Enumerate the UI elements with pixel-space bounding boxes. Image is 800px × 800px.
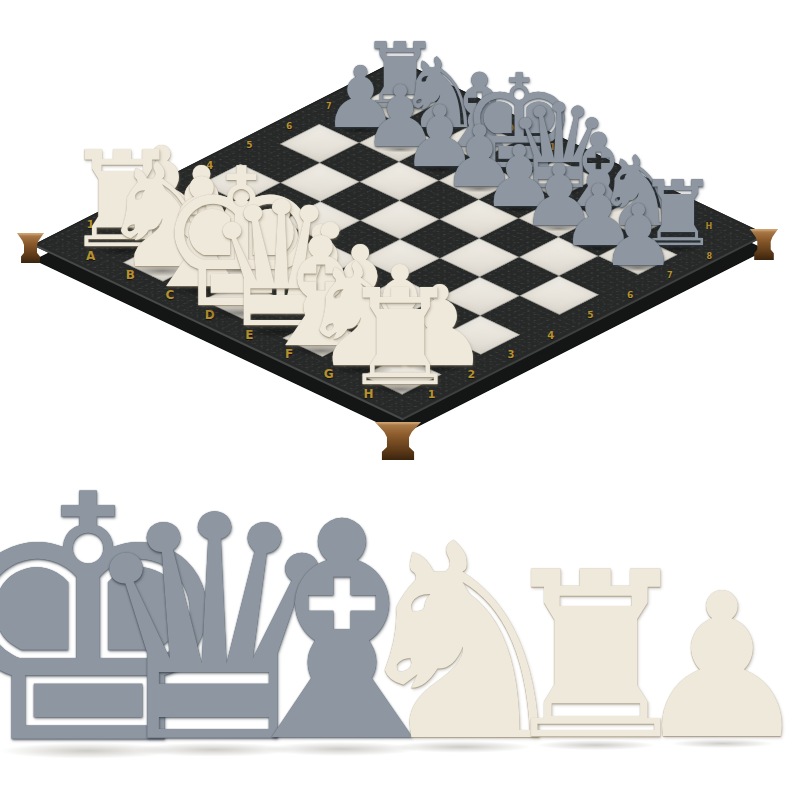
file-label-far-c: C bbox=[508, 121, 514, 130]
file-label-near-c: C bbox=[166, 288, 175, 302]
file-label-near-g: G bbox=[324, 367, 334, 381]
chessboard bbox=[32, 60, 767, 420]
board-squares bbox=[83, 84, 718, 395]
rank-label-left-6: 6 bbox=[286, 121, 292, 131]
file-label-far-h: H bbox=[706, 220, 713, 229]
file-label-near-f: F bbox=[285, 347, 293, 361]
file-label-near-d: D bbox=[205, 308, 215, 322]
file-label-far-d: D bbox=[547, 141, 554, 150]
rank-label-left-7: 7 bbox=[326, 101, 332, 110]
bronze-corner-foot-bottom bbox=[375, 422, 421, 460]
file-label-far-b: B bbox=[468, 101, 474, 110]
file-label-far-g: G bbox=[666, 200, 673, 209]
rank-label-left-1: 1 bbox=[87, 218, 95, 231]
rank-label-right-1: 1 bbox=[428, 387, 436, 400]
rank-label-right-5: 5 bbox=[587, 310, 593, 320]
rank-label-left-3: 3 bbox=[166, 179, 173, 190]
rank-label-right-2: 2 bbox=[467, 368, 475, 381]
rank-label-left-2: 2 bbox=[126, 198, 134, 211]
rank-label-right-6: 6 bbox=[627, 290, 633, 300]
file-label-far-f: F bbox=[627, 180, 632, 189]
file-label-near-b: B bbox=[126, 268, 135, 282]
file-label-near-h: H bbox=[363, 387, 373, 401]
file-label-near-a: A bbox=[86, 249, 95, 263]
file-label-near-e: E bbox=[245, 328, 253, 342]
rank-label-right-8: 8 bbox=[707, 251, 713, 260]
rank-label-left-5: 5 bbox=[246, 140, 252, 150]
display-white-pawn: ♟ bbox=[632, 567, 800, 767]
rank-label-right-7: 7 bbox=[667, 271, 673, 280]
rank-label-right-4: 4 bbox=[547, 329, 554, 340]
product-photo-page: { "game": "chess", "position": { "fen": … bbox=[0, 0, 800, 800]
file-label-far-a: A bbox=[428, 82, 434, 91]
rank-label-left-8: 8 bbox=[366, 82, 372, 91]
rank-label-left-4: 4 bbox=[206, 160, 213, 171]
rank-label-right-3: 3 bbox=[507, 349, 514, 360]
file-label-far-e: E bbox=[588, 161, 593, 170]
